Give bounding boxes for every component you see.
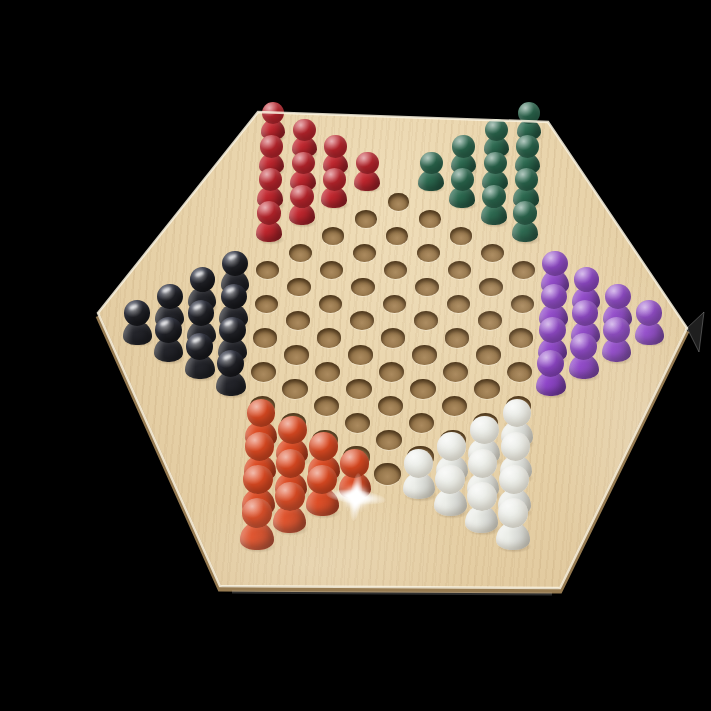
peg-head: [435, 465, 465, 494]
board-hole[interactable]: [419, 210, 441, 228]
peg-black[interactable]: [123, 300, 152, 345]
board-hole[interactable]: [286, 311, 310, 330]
peg-orange[interactable]: [273, 482, 306, 533]
board-hole[interactable]: [253, 328, 277, 347]
board-hole[interactable]: [447, 295, 471, 314]
board-hole[interactable]: [417, 244, 440, 262]
peg-head: [451, 168, 474, 191]
board-hole[interactable]: [322, 227, 344, 245]
board-hole[interactable]: [348, 345, 373, 365]
peg-head: [190, 267, 215, 292]
peg-head: [503, 399, 531, 427]
board-hole[interactable]: [355, 210, 377, 228]
board-hole[interactable]: [507, 362, 532, 382]
peg-head: [636, 300, 662, 326]
peg-green[interactable]: [481, 185, 507, 226]
board-hole[interactable]: [284, 345, 309, 365]
peg-green[interactable]: [512, 201, 539, 242]
peg-head: [247, 399, 275, 427]
peg-head: [484, 152, 507, 175]
board-hole[interactable]: [410, 379, 435, 399]
peg-head: [482, 185, 506, 208]
board-hole[interactable]: [476, 345, 501, 365]
peg-head: [186, 333, 213, 360]
board-hole[interactable]: [315, 362, 340, 382]
board-hole[interactable]: [412, 345, 437, 365]
board-hole[interactable]: [379, 362, 404, 382]
board-hole[interactable]: [474, 379, 499, 399]
board-hole[interactable]: [509, 328, 533, 347]
board-hole[interactable]: [386, 227, 408, 245]
peg-white[interactable]: [496, 498, 530, 550]
board-hole[interactable]: [378, 396, 404, 416]
peg-head: [542, 251, 567, 276]
peg-head: [513, 201, 537, 225]
board-hole[interactable]: [479, 278, 502, 297]
peg-red[interactable]: [321, 168, 347, 208]
peg-head: [292, 152, 315, 175]
peg-head: [498, 498, 528, 528]
peg-head: [499, 465, 529, 494]
peg-head: [470, 416, 499, 444]
peg-green[interactable]: [517, 102, 542, 140]
board-hole[interactable]: [450, 227, 472, 245]
board-hole[interactable]: [320, 261, 343, 279]
board-hole[interactable]: [319, 295, 343, 314]
peg-red[interactable]: [261, 102, 286, 140]
peg-head: [452, 135, 475, 158]
peg-head: [541, 284, 567, 310]
peg-head: [515, 168, 538, 191]
peg-red[interactable]: [354, 152, 380, 191]
peg-head: [242, 498, 272, 528]
peg-head: [278, 416, 307, 444]
peg-head: [437, 432, 466, 461]
board-hole[interactable]: [409, 413, 435, 434]
board-hole[interactable]: [512, 261, 535, 279]
board-hole[interactable]: [282, 379, 307, 399]
holes-and-pegs-layer: [0, 0, 711, 711]
board-hole[interactable]: [346, 379, 371, 399]
peg-head: [323, 168, 346, 191]
peg-head: [245, 432, 274, 461]
peg-head: [518, 102, 540, 124]
peg-head: [605, 284, 631, 310]
peg-red[interactable]: [289, 185, 315, 226]
photo-background: [0, 0, 711, 711]
peg-white[interactable]: [465, 482, 498, 533]
board-hole[interactable]: [255, 295, 279, 314]
board-hole[interactable]: [415, 278, 438, 297]
peg-head: [572, 300, 598, 326]
peg-head: [257, 201, 281, 225]
board-hole[interactable]: [384, 261, 407, 279]
board-hole[interactable]: [388, 193, 410, 210]
peg-head: [243, 465, 273, 494]
peg-black[interactable]: [216, 350, 246, 396]
peg-head: [324, 135, 347, 158]
board-hole[interactable]: [317, 328, 341, 347]
peg-purple[interactable]: [635, 300, 664, 345]
board-hole[interactable]: [414, 311, 438, 330]
board-hole[interactable]: [376, 430, 402, 451]
peg-head: [221, 284, 247, 310]
board-hole[interactable]: [448, 261, 471, 279]
peg-head: [188, 300, 214, 326]
peg-head: [485, 119, 507, 141]
board-hole[interactable]: [287, 278, 310, 297]
peg-green[interactable]: [418, 152, 444, 191]
peg-white[interactable]: [434, 465, 467, 515]
peg-head: [570, 333, 597, 360]
board-hole[interactable]: [383, 295, 407, 314]
peg-head: [217, 350, 244, 377]
peg-head: [157, 284, 183, 310]
peg-head: [293, 119, 315, 141]
peg-head: [222, 251, 247, 276]
peg-head: [219, 317, 246, 343]
peg-head: [516, 135, 539, 158]
peg-head: [404, 449, 433, 478]
board-hole[interactable]: [353, 244, 376, 262]
peg-black[interactable]: [185, 333, 215, 379]
peg-head: [309, 432, 338, 461]
peg-head: [501, 432, 530, 461]
peg-head: [155, 317, 182, 343]
board-hole[interactable]: [374, 463, 401, 484]
peg-purple[interactable]: [536, 350, 566, 396]
peg-head: [420, 152, 443, 175]
peg-purple[interactable]: [569, 333, 599, 379]
peg-head: [260, 135, 283, 158]
board-hole[interactable]: [251, 362, 276, 382]
peg-head: [290, 185, 314, 208]
peg-head: [603, 317, 630, 343]
peg-head: [539, 317, 566, 343]
peg-head: [259, 168, 282, 191]
board-hole[interactable]: [381, 328, 405, 347]
peg-head: [262, 102, 284, 124]
peg-head: [468, 449, 497, 478]
peg-head: [275, 482, 305, 512]
peg-head: [276, 449, 305, 478]
board-hole[interactable]: [289, 244, 312, 262]
board-hole[interactable]: [256, 261, 279, 279]
peg-orange[interactable]: [240, 498, 274, 550]
board-hole[interactable]: [314, 396, 340, 416]
peg-head: [356, 152, 379, 175]
board-hole[interactable]: [351, 278, 374, 297]
peg-black[interactable]: [154, 317, 184, 362]
board-hole[interactable]: [443, 362, 468, 382]
peg-head: [537, 350, 564, 377]
peg-green[interactable]: [449, 168, 475, 208]
peg-white[interactable]: [403, 449, 436, 499]
board-hole[interactable]: [345, 413, 371, 434]
board-hole[interactable]: [511, 295, 535, 314]
peg-head: [124, 300, 150, 326]
peg-head: [574, 267, 599, 292]
peg-red[interactable]: [256, 201, 283, 242]
peg-head: [307, 465, 337, 494]
peg-head: [340, 449, 369, 478]
board-hole[interactable]: [350, 311, 374, 330]
peg-head: [467, 482, 497, 512]
board-hole[interactable]: [445, 328, 469, 347]
board-hole[interactable]: [481, 244, 504, 262]
board-hole[interactable]: [442, 396, 468, 416]
peg-purple[interactable]: [602, 317, 632, 362]
board-hole[interactable]: [478, 311, 502, 330]
peg-orange[interactable]: [339, 449, 372, 499]
peg-orange[interactable]: [306, 465, 339, 515]
